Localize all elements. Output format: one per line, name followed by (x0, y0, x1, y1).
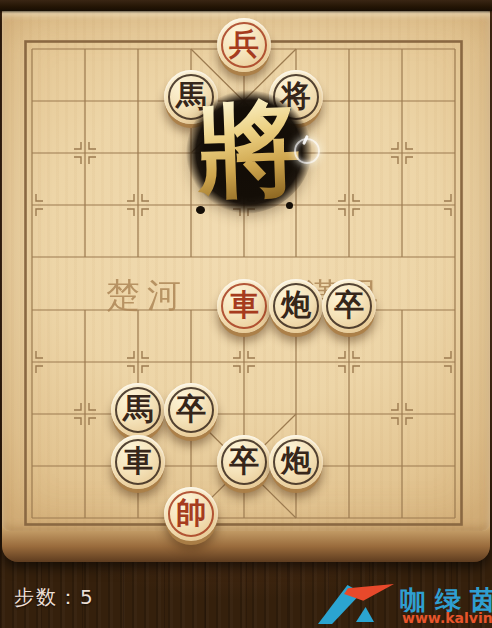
watermark-logo-mark-blue-small (354, 607, 374, 622)
watermark-logo: 咖绿茵 www.kalvin.cn (316, 580, 492, 626)
piece-red-general[interactable]: 帥 (164, 487, 218, 541)
piece-black-soldier[interactable]: 卒 (322, 279, 376, 333)
piece-black-cannon[interactable]: 炮 (269, 435, 323, 489)
piece-black-soldier[interactable]: 卒 (164, 383, 218, 437)
piece-red-soldier[interactable]: 兵 (217, 18, 271, 72)
piece-character: 卒 (229, 446, 259, 476)
piece-character: 卒 (176, 394, 206, 424)
sparkle-effect-icon (294, 138, 320, 164)
piece-black-soldier[interactable]: 卒 (217, 435, 271, 489)
move-counter: 步数：5 (14, 584, 95, 611)
app-screen: { "game": { "name": "xiangqi", "position… (0, 0, 492, 628)
watermark-url-text: www.kalvin.cn (402, 610, 492, 626)
piece-character: 車 (123, 446, 153, 476)
ink-splatter (286, 202, 293, 209)
ink-splatter (196, 206, 205, 214)
piece-character: 兵 (229, 29, 259, 59)
check-banner-text: 將 (195, 95, 303, 203)
piece-black-chariot[interactable]: 車 (111, 435, 165, 489)
piece-red-chariot[interactable]: 車 (217, 279, 271, 333)
piece-character: 卒 (334, 290, 364, 320)
piece-character: 炮 (281, 290, 311, 320)
piece-character: 帥 (176, 498, 206, 528)
piece-black-horse[interactable]: 馬 (111, 383, 165, 437)
piece-character: 車 (229, 290, 259, 320)
piece-character: 炮 (281, 446, 311, 476)
piece-character: 馬 (123, 394, 153, 424)
pieces-layer: 兵馬将車炮卒馬卒車卒炮帥 (0, 0, 492, 562)
piece-black-cannon[interactable]: 炮 (269, 279, 323, 333)
